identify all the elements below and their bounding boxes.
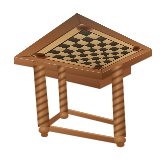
frame-mitre-joint [101, 70, 103, 73]
frame-mitre-joint [142, 49, 152, 50]
frame-mitre-joint [14, 56, 31, 57]
board-square-h1 [94, 64, 103, 67]
back-stretcher-highlight [60, 108, 118, 122]
checkerboard [42, 29, 135, 68]
game-table-photo [0, 0, 160, 160]
frame-mitre-joint [76, 13, 81, 23]
